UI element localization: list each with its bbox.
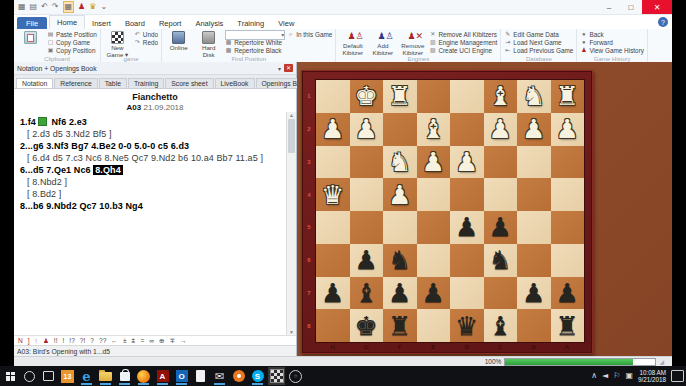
square-d6[interactable]: [450, 244, 484, 277]
white-bishop[interactable]: ♝: [489, 83, 512, 109]
ribbon-group-database: ✎Edit Game Data ⇥Load Next Game ⇤Load Pr…: [501, 29, 577, 62]
title-bar: ▦ ▤ ↶ ↷ ▦ ♟ ♛ ⌄ – □ ✕: [14, 0, 672, 15]
scrollbar-thumb[interactable]: [288, 119, 295, 153]
position-search-combobox[interactable]: ▾: [225, 30, 285, 40]
app-status-bar: 100% ◢: [14, 356, 672, 366]
progress-bar: [504, 358, 656, 366]
square-g6[interactable]: ♟: [350, 244, 384, 277]
annotation-symbol-button[interactable]: ←: [111, 337, 118, 344]
square-b7[interactable]: ♟: [517, 277, 551, 310]
outlook-icon: O: [176, 370, 188, 382]
square-e2[interactable]: ♝: [417, 113, 451, 146]
trophy-icon[interactable]: ♛: [89, 2, 96, 12]
default-kibitzer-button[interactable]: ♟♙Default Kibitzer: [339, 30, 366, 56]
paste-icon: [24, 31, 37, 44]
black-knight[interactable]: ♞: [388, 247, 411, 273]
black-pawn[interactable]: ♟: [388, 280, 411, 306]
square-c6[interactable]: ♞: [484, 244, 518, 277]
square-a8[interactable]: ♜: [551, 309, 585, 342]
in-this-game-button[interactable]: In this Game: [296, 31, 332, 38]
square-a2[interactable]: ♟: [551, 113, 585, 146]
black-pawn[interactable]: ♟: [556, 280, 579, 306]
taskbar-icon-calendar[interactable]: 13: [59, 367, 76, 385]
variation-line[interactable]: [ 6.d4 d5 7.c3 Nc6 8.Ne5 Qc7 9.Nd2 b6 10…: [20, 152, 284, 164]
undo-button[interactable]: ↶Undo: [134, 31, 158, 38]
square-a1[interactable]: ♜: [551, 80, 585, 113]
repertoire-black-button[interactable]: ▩Repertoire Black: [225, 47, 332, 54]
rank-label-4: 4: [302, 178, 316, 211]
chess-board: 12345678 ♚♜♝♞♜♟♟♝♟♟♟♞♟♟♛♟♟♟♟♞♞♟♝♟♟♟♟♚♜♛♝…: [301, 70, 593, 354]
square-f8[interactable]: ♜: [383, 309, 417, 342]
square-h6[interactable]: [316, 244, 350, 277]
redo-arrow-icon: ↷: [134, 39, 141, 46]
tab-analysis[interactable]: Analysis: [188, 17, 230, 29]
taskbar-icon-cortana[interactable]: [21, 367, 38, 385]
square-c2[interactable]: ♟: [484, 113, 518, 146]
taskbar-icon-app-orange[interactable]: [230, 367, 247, 385]
ribbon-tab-row: File Home Insert Board Report Analysis T…: [14, 15, 672, 29]
repertoire-white-button[interactable]: ▩Repertoire White: [225, 39, 332, 46]
square-a3[interactable]: [551, 146, 585, 179]
white-pawn[interactable]: ♟: [489, 116, 512, 142]
acrobat-icon: A: [157, 370, 169, 382]
tab-insert[interactable]: Insert: [85, 17, 118, 29]
square-d5[interactable]: ♟: [450, 211, 484, 244]
file-label-b: B: [517, 340, 551, 353]
taskbar-icon-skype[interactable]: S: [249, 367, 266, 385]
windows-taskbar: 13eAO✉S○∧◄⚐▣10:08 AM9/21/2018: [0, 366, 686, 386]
tray-time: 10:08 AM: [638, 369, 666, 376]
app-icon: ▦: [18, 2, 26, 12]
maximize-button[interactable]: □: [620, 0, 642, 14]
square-d7[interactable]: [450, 277, 484, 310]
white-rook[interactable]: ♜: [556, 83, 579, 109]
square-c3[interactable]: [484, 146, 518, 179]
square-g5[interactable]: [350, 211, 384, 244]
white-pawn[interactable]: ♟: [388, 182, 411, 208]
file-label-d: D: [450, 340, 484, 353]
file-label-f: F: [383, 340, 417, 353]
in-this-game-icon: ⌕: [287, 31, 294, 38]
square-h3[interactable]: [316, 146, 350, 179]
default-kibitzer-icon: ♟♙: [347, 31, 358, 42]
black-pawn[interactable]: ♟: [522, 280, 545, 306]
annotation-symbol-button[interactable]: !!: [54, 337, 58, 344]
mainline-move-row[interactable]: 1.f4 Nf6 2.e3: [20, 116, 284, 128]
redo-button[interactable]: ↷Redo: [134, 39, 158, 46]
file-label-g: G: [350, 340, 384, 353]
square-g3[interactable]: [350, 146, 384, 179]
black-pawn[interactable]: ♟: [455, 214, 478, 240]
board-icon[interactable]: ▦: [63, 1, 75, 13]
annotation-symbol-button[interactable]: ∞: [149, 337, 154, 344]
notation-area[interactable]: ▲ ▼ 1.f4 Nf6 2.e3[ 2.d3 d5 3.Nd2 Bf5 ]2.…: [14, 112, 296, 335]
tray-date: 9/21/2018: [638, 376, 666, 383]
board-grid: ♚♜♝♞♜♟♟♝♟♟♟♞♟♟♛♟♟♟♟♞♞♟♝♟♟♟♟♚♜♛♝♜: [316, 80, 584, 342]
rank-labels: 12345678: [302, 80, 316, 342]
square-f6[interactable]: ♞: [383, 244, 417, 277]
mail-icon: ✉: [215, 370, 224, 383]
chessbase-icon: [270, 369, 284, 383]
square-d3[interactable]: ♟: [450, 146, 484, 179]
save-icon[interactable]: ▤: [30, 2, 38, 12]
square-b6[interactable]: [517, 244, 551, 277]
black-pawn[interactable]: ♟: [355, 247, 378, 273]
notepad-icon: [196, 370, 205, 382]
mainline-move-row[interactable]: 6...d5 7.Qe1 Nc6 8.Qh4: [20, 164, 284, 176]
annotation-symbol-button[interactable]: ♟: [43, 337, 49, 345]
book-icon: [38, 117, 47, 126]
annotation-symbol-button[interactable]: N: [18, 337, 23, 344]
notation-panel: Notation + Openings Book ▾ ✕ NotationRef…: [14, 62, 297, 356]
undo-arrow-icon: ↶: [134, 31, 141, 38]
rank-label-8: 8: [302, 309, 316, 342]
help-icon[interactable]: ?: [658, 17, 668, 27]
view-game-history-button[interactable]: ♟View Game History: [580, 47, 644, 54]
tray-clock[interactable]: 10:08 AM9/21/2018: [638, 369, 666, 383]
taskbar-icon-firefox[interactable]: [135, 367, 152, 385]
copy-position-icon: ▣: [47, 47, 54, 54]
annotation-symbol-button[interactable]: ⊕: [159, 337, 165, 345]
file-label-c: C: [484, 340, 518, 353]
remove-all-kibitzers-button[interactable]: ✕Remove All Kibitzers: [429, 31, 497, 38]
black-pawn[interactable]: ♟: [422, 280, 445, 306]
scroll-down-icon[interactable]: ▼: [289, 329, 294, 335]
square-b5[interactable]: [517, 211, 551, 244]
eco-code: A03: [127, 103, 142, 112]
square-d4[interactable]: [450, 178, 484, 211]
panel-tabs: NotationReferenceTableTrainingScore shee…: [14, 75, 296, 89]
undo-icon[interactable]: ↶: [41, 2, 48, 12]
square-h1[interactable]: [316, 80, 350, 113]
resize-grip[interactable]: ◢: [659, 358, 664, 365]
square-b1[interactable]: ♞: [517, 80, 551, 113]
mainline-move-row[interactable]: 2...g6 3.Nf3 Bg7 4.Be2 0-0 5.0-0 c5 6.d3: [20, 140, 284, 152]
taskbar-icon-outlook[interactable]: O: [173, 367, 190, 385]
black-king[interactable]: ♚: [355, 313, 378, 339]
rank-label-3: 3: [302, 146, 316, 179]
white-pawn[interactable]: ♟: [355, 116, 378, 142]
square-c1[interactable]: ♝: [484, 80, 518, 113]
square-h7[interactable]: ♟: [316, 277, 350, 310]
add-kibitzer-button[interactable]: ♟♙Add Kibitzer: [369, 30, 396, 56]
panel-tab-table[interactable]: Table: [99, 78, 127, 88]
square-c8[interactable]: ♝: [484, 309, 518, 342]
square-g4[interactable]: [350, 178, 384, 211]
square-f5[interactable]: [383, 211, 417, 244]
annotation-symbol-button[interactable]: →: [180, 337, 187, 344]
panel-title: Notation + Openings Book: [17, 65, 97, 72]
panel-tab-reference[interactable]: Reference: [54, 78, 97, 88]
square-a6[interactable]: [551, 244, 585, 277]
app-orange-icon: [233, 370, 245, 382]
notification-center-icon[interactable]: [671, 370, 684, 382]
opening-status-text: A03: Bird's Opening with 1...d5: [14, 345, 296, 356]
square-f1[interactable]: ♜: [383, 80, 417, 113]
firefox-icon: [137, 370, 150, 383]
window-controls: – □ ✕: [598, 0, 672, 14]
remove-all-kibitzers-icon: ✕: [429, 31, 436, 38]
annotation-symbol-button[interactable]: ⩲: [132, 337, 136, 345]
panel-tab-livebook[interactable]: LiveBook: [215, 78, 255, 88]
ribbon-group-game-history: ●Back ●Forward ♟View Game History Game H…: [577, 29, 648, 62]
forward-button[interactable]: ●Forward: [580, 39, 644, 46]
file-label-e: E: [417, 340, 451, 353]
white-knight[interactable]: ♞: [522, 83, 545, 109]
quick-access-toolbar: ▦ ▤ ↶ ↷ ▦ ♟ ♛ ⌄: [14, 1, 107, 13]
white-pawn[interactable]: ♟: [455, 149, 478, 175]
back-icon: ●: [580, 31, 587, 38]
taskbar-icon-file-explorer[interactable]: [97, 367, 114, 385]
rank-label-2: 2: [302, 113, 316, 146]
board-background: 12345678 ♚♜♝♞♜♟♟♝♟♟♟♞♟♟♛♟♟♟♟♞♞♟♝♟♟♟♟♚♜♛♝…: [297, 62, 672, 356]
variation-line[interactable]: [ 8.Nbd2 ]: [20, 176, 284, 188]
chessbase-window: ▦ ▤ ↶ ↷ ▦ ♟ ♛ ⌄ – □ ✕ File Home Insert B…: [14, 0, 672, 366]
square-c7[interactable]: [484, 277, 518, 310]
system-tray: ∧◄⚐▣10:08 AM9/21/2018: [591, 369, 686, 383]
settings-icon: ○: [289, 370, 302, 383]
square-e4[interactable]: [417, 178, 451, 211]
game-date: 21.09.2018: [143, 103, 183, 112]
file-labels: HGFEDCBA: [316, 340, 584, 353]
annotation-symbol-button[interactable]: ?: [90, 337, 94, 344]
white-pawn[interactable]: ♟: [422, 149, 445, 175]
white-queen[interactable]: ♛: [321, 182, 344, 208]
taskbar-icon-settings[interactable]: ○: [287, 367, 304, 385]
ribbon: ▤Paste Position ▢Copy Game ▣Copy Positio…: [14, 29, 672, 63]
black-bishop[interactable]: ♝: [489, 313, 512, 339]
new-game-button[interactable]: New Game ▾: [104, 30, 131, 58]
white-king[interactable]: ♚: [355, 83, 378, 109]
back-button[interactable]: ●Back: [580, 31, 644, 38]
white-pawn[interactable]: ♟: [556, 116, 579, 142]
rank-label-6: 6: [302, 244, 316, 277]
black-queen[interactable]: ♛: [455, 313, 478, 339]
tab-report[interactable]: Report: [152, 17, 189, 29]
remove-kibitzer-icon: ♟✕: [407, 31, 418, 42]
engine-management-icon: ▥: [429, 39, 436, 46]
square-e1[interactable]: [417, 80, 451, 113]
hard-disk-icon: [202, 31, 215, 44]
paste-position-button[interactable]: ▤Paste Position: [47, 31, 97, 38]
copy-game-icon: ▢: [47, 39, 54, 46]
create-uci-engine-button[interactable]: ▧Create UCI Engine: [429, 47, 497, 54]
square-a7[interactable]: ♟: [551, 277, 585, 310]
taskbar-icon-notepad[interactable]: [192, 367, 209, 385]
rank-label-1: 1: [302, 80, 316, 113]
tab-home[interactable]: Home: [49, 15, 85, 29]
load-previous-game-button[interactable]: ⇤Load Previous Game: [504, 47, 573, 54]
edit-game-data-button[interactable]: ✎Edit Game Data: [504, 31, 573, 38]
ribbon-group-game: New Game ▾ ↶Undo ↷Redo game: [101, 29, 162, 62]
square-f3[interactable]: ♞: [383, 146, 417, 179]
edit-game-data-icon: ✎: [504, 31, 511, 38]
remove-kibitzer-button[interactable]: ♟✕Remove Kibitzer: [399, 30, 426, 56]
paste-position-icon: ▤: [47, 31, 54, 38]
taskbar-icon-start[interactable]: [2, 367, 19, 385]
black-pawn[interactable]: ♟: [321, 280, 344, 306]
square-a4[interactable]: [551, 178, 585, 211]
square-f2[interactable]: [383, 113, 417, 146]
taskbar-icon-chessbase[interactable]: [268, 367, 285, 385]
black-bishop[interactable]: ♝: [355, 280, 378, 306]
square-g1[interactable]: ♚: [350, 80, 384, 113]
square-b8[interactable]: [517, 309, 551, 342]
panel-tab-notation[interactable]: Notation: [16, 78, 53, 88]
start-icon: [6, 372, 15, 381]
square-c5[interactable]: ♟: [484, 211, 518, 244]
skype-icon: S: [252, 370, 264, 382]
redo-icon[interactable]: ↷: [52, 2, 59, 12]
square-a5[interactable]: [551, 211, 585, 244]
taskbar-icon-edge[interactable]: e: [78, 367, 95, 385]
ribbon-group-find-position: Online Hard Disk ▾ ⌕ In this Game ▩Reper…: [162, 29, 336, 62]
new-game-icon: [111, 31, 124, 44]
load-next-game-button[interactable]: ⇥Load Next Game: [504, 39, 573, 46]
taskbar-icon-store[interactable]: [116, 367, 133, 385]
square-b2[interactable]: ♟: [517, 113, 551, 146]
combo-caret-icon[interactable]: ▾: [281, 31, 284, 38]
hard-disk-button[interactable]: Hard Disk: [195, 30, 222, 58]
black-rook[interactable]: ♜: [388, 313, 411, 339]
cortana-icon: [24, 371, 35, 382]
white-pawn[interactable]: ♟: [522, 116, 545, 142]
square-g8[interactable]: ♚: [350, 309, 384, 342]
annotation-toolbar: N]↑♟!!!!??!???←±⩲=∞⊕∓→: [14, 335, 296, 345]
rank-label-5: 5: [302, 211, 316, 244]
annotation-symbol-button[interactable]: ↑: [35, 337, 38, 344]
variation-line[interactable]: [ 8.Bd2 ]: [20, 188, 284, 200]
close-button[interactable]: ✕: [642, 0, 672, 14]
square-d2[interactable]: [450, 113, 484, 146]
annotation-symbol-button[interactable]: !: [63, 337, 65, 344]
taskbar-icon-task-view[interactable]: [40, 367, 57, 385]
square-h5[interactable]: [316, 211, 350, 244]
square-g2[interactable]: ♟: [350, 113, 384, 146]
scroll-up-icon[interactable]: ▲: [289, 112, 294, 118]
variation-line[interactable]: [ 2.d3 d5 3.Nd2 Bf5 ]: [20, 128, 284, 140]
forward-icon: ●: [580, 39, 587, 46]
square-g7[interactable]: ♝: [350, 277, 384, 310]
online-button[interactable]: Online: [165, 30, 192, 52]
progress-label: 100%: [485, 358, 502, 365]
annotation-symbol-button[interactable]: ]: [28, 337, 30, 344]
repertoire-white-icon: ▩: [225, 39, 232, 46]
square-e3[interactable]: ♟: [417, 146, 451, 179]
online-icon: [172, 31, 185, 44]
create-uci-engine-icon: ▧: [429, 47, 436, 54]
engine-management-button[interactable]: ▥Engine Management: [429, 39, 497, 46]
square-e8[interactable]: [417, 309, 451, 342]
white-rook[interactable]: ♜: [388, 83, 411, 109]
ribbon-group-clipboard: ▤Paste Position ▢Copy Game ▣Copy Positio…: [14, 29, 101, 62]
tab-file[interactable]: File: [17, 17, 47, 29]
load-next-game-icon: ⇥: [504, 39, 511, 46]
defender-icon[interactable]: ▣: [625, 371, 633, 381]
ribbon-group-engines: ♟♙Default Kibitzer ♟♙Add Kibitzer ♟✕Remo…: [336, 29, 501, 62]
edge-icon: e: [82, 369, 90, 384]
white-pawn[interactable]: ♟: [321, 116, 344, 142]
square-c4[interactable]: [484, 178, 518, 211]
paste-button[interactable]: [17, 30, 44, 45]
tab-training[interactable]: Training: [230, 17, 271, 29]
view-game-history-icon: ♟: [580, 47, 587, 54]
selected-move[interactable]: 8.Qh4: [93, 165, 123, 175]
panel-tab-training[interactable]: Training: [128, 78, 164, 88]
chevron-up-icon[interactable]: ∧: [591, 371, 597, 381]
rank-label-7: 7: [302, 277, 316, 310]
repertoire-black-icon: ▩: [225, 47, 232, 54]
panel-dropdown-icon[interactable]: ▾: [278, 65, 281, 72]
qat-more-icon[interactable]: ⌄: [100, 2, 107, 12]
black-rook[interactable]: ♜: [556, 313, 579, 339]
square-e5[interactable]: [417, 211, 451, 244]
minimize-button[interactable]: –: [598, 0, 620, 14]
opening-name: Fianchetto: [14, 92, 296, 102]
square-h4[interactable]: ♛: [316, 178, 350, 211]
file-label-a: A: [551, 340, 585, 353]
mainline-move-row[interactable]: 8...b6 9.Nbd2 Qc7 10.b3 Ng4: [20, 200, 284, 212]
square-f4[interactable]: ♟: [383, 178, 417, 211]
annotation-symbol-button[interactable]: =: [140, 337, 144, 344]
square-b3[interactable]: [517, 146, 551, 179]
file-explorer-icon: [99, 372, 112, 381]
task-view-icon: [43, 371, 54, 381]
file-label-h: H: [316, 340, 350, 353]
annotation-symbol-button[interactable]: ∓: [170, 337, 176, 345]
copy-game-button[interactable]: ▢Copy Game: [47, 39, 97, 46]
annotation-symbol-button[interactable]: !?: [69, 337, 75, 344]
copy-position-button[interactable]: ▣Copy Position: [47, 47, 97, 54]
square-b4[interactable]: [517, 178, 551, 211]
white-bishop[interactable]: ♝: [422, 116, 445, 142]
network-icon[interactable]: ⚐: [613, 371, 620, 381]
annotation-symbol-button[interactable]: ?!: [80, 337, 86, 344]
black-knight[interactable]: ♞: [489, 247, 512, 273]
load-previous-game-icon: ⇤: [504, 47, 511, 54]
annotation-symbol-button[interactable]: ±: [123, 337, 127, 344]
panel-tab-score-sheet[interactable]: Score sheet: [165, 78, 213, 88]
square-h8[interactable]: [316, 309, 350, 342]
square-d8[interactable]: ♛: [450, 309, 484, 342]
panel-close-icon[interactable]: ✕: [284, 64, 293, 72]
tab-view[interactable]: View: [271, 17, 301, 29]
store-icon: [120, 372, 130, 381]
square-e7[interactable]: ♟: [417, 277, 451, 310]
square-f7[interactable]: ♟: [383, 277, 417, 310]
taskbar-icon-acrobat[interactable]: A: [154, 367, 171, 385]
square-d1[interactable]: [450, 80, 484, 113]
square-h2[interactable]: ♟: [316, 113, 350, 146]
add-kibitzer-icon: ♟♙: [377, 31, 388, 42]
annotation-symbol-button[interactable]: ??: [99, 337, 106, 344]
taskbar-icon-mail[interactable]: ✉: [211, 367, 228, 385]
volume-icon[interactable]: ◄: [602, 371, 608, 381]
pawn-icon[interactable]: ♟: [78, 2, 85, 12]
calendar-icon: 13: [61, 370, 74, 383]
tab-board[interactable]: Board: [118, 17, 152, 29]
black-pawn[interactable]: ♟: [489, 214, 512, 240]
square-e6[interactable]: [417, 244, 451, 277]
notation-scrollbar[interactable]: ▲ ▼: [286, 112, 296, 335]
white-knight[interactable]: ♞: [388, 149, 411, 175]
